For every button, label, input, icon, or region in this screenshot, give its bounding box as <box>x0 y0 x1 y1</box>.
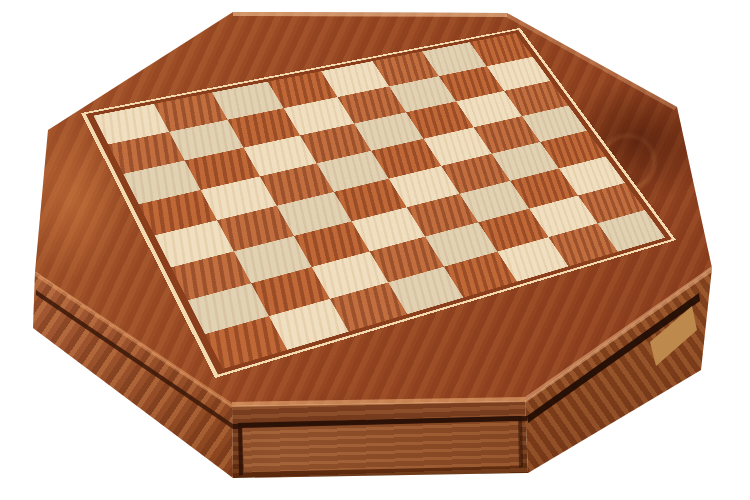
product-photo <box>0 0 750 500</box>
